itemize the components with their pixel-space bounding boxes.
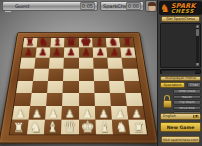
piece-black-queen[interactable]: ♛	[65, 35, 79, 47]
square-f7[interactable]: ♟	[92, 48, 107, 58]
square-f6[interactable]	[93, 58, 108, 69]
new-game-button[interactable]: New Game	[160, 122, 201, 132]
piece-white-rook[interactable]: ♜	[10, 122, 27, 134]
square-d4[interactable]	[63, 81, 79, 93]
piece-white-rook[interactable]: ♜	[130, 122, 147, 134]
left-player-clock: 0:05	[80, 2, 95, 10]
chat-input-field[interactable]	[162, 71, 195, 74]
square-d3[interactable]	[62, 93, 78, 106]
square-f1[interactable]: ♝	[95, 120, 113, 135]
move-now-button[interactable]: Move Now	[173, 106, 201, 111]
multiplayer-profile-button[interactable]: Multiplayer Profile	[160, 76, 201, 82]
piece-black-pawn[interactable]: ♟	[36, 49, 50, 58]
offer-draw-button[interactable]: Offer Draw	[173, 89, 201, 94]
square-d1[interactable]: ♛	[61, 120, 78, 135]
logo-text-chess: CHESS	[171, 9, 196, 14]
chat-input[interactable]	[160, 69, 201, 74]
scroll-up-icon[interactable]: ▲	[196, 25, 199, 28]
piece-black-pawn[interactable]: ♟	[21, 49, 35, 58]
square-g5[interactable]	[108, 69, 124, 81]
square-g2[interactable]: ♟	[111, 106, 129, 120]
square-e5[interactable]	[79, 69, 94, 81]
square-h3[interactable]	[125, 93, 143, 106]
get-sparkchess-button[interactable]: Get SparkChess	[161, 16, 200, 22]
square-e8[interactable]: ♚	[79, 38, 93, 48]
piece-black-pawn[interactable]: ♟	[93, 49, 107, 58]
square-a5[interactable]	[18, 69, 34, 81]
square-h8[interactable]: ♜	[119, 38, 134, 48]
square-b2[interactable]: ♟	[29, 106, 47, 120]
sparkchess-app: Guest 0:05 SparkChess 0:00 ♜♞♝♛♚♝♞♜♟♟♟♟♟…	[0, 0, 202, 146]
piece-black-pawn[interactable]: ♟	[107, 49, 121, 58]
square-g7[interactable]: ♟	[106, 48, 121, 58]
piece-black-rook[interactable]: ♜	[23, 38, 37, 48]
square-a6[interactable]	[20, 58, 36, 69]
square-c4[interactable]	[47, 81, 63, 93]
chat-scrollbar-thumb[interactable]	[196, 29, 199, 36]
square-a2[interactable]: ♟	[12, 106, 30, 120]
piece-black-pawn[interactable]: ♟	[79, 49, 93, 58]
square-f8[interactable]: ♝	[92, 38, 106, 48]
piece-white-queen[interactable]: ♛	[61, 119, 78, 134]
sidebar: ♞ SPARK CHESS Get SparkChess ▲ ▼ Multipl…	[157, 0, 202, 146]
piece-black-rook[interactable]: ♜	[120, 38, 134, 48]
sparkchess-logo: ♞ SPARK CHESS	[159, 1, 202, 15]
square-h7[interactable]: ♟	[120, 48, 135, 58]
board-scene: ♜♞♝♛♚♝♞♜♟♟♟♟♟♟♟♟♟♟♟♟♟♟♟♟♜♞♝♛♚♝♞♜	[0, 17, 157, 146]
square-e4[interactable]	[79, 81, 95, 93]
language-dropdown-value: English	[163, 114, 176, 118]
square-c1[interactable]: ♝	[44, 120, 62, 135]
chat-tab-button[interactable]: Chat	[187, 82, 201, 88]
piece-black-pawn[interactable]: ♟	[64, 49, 78, 58]
board-area: Guest 0:05 SparkChess 0:00 ♜♞♝♛♚♝♞♜♟♟♟♟♟…	[0, 0, 157, 146]
square-b3[interactable]	[30, 93, 47, 106]
board-wooden-frame: ♜♞♝♛♚♝♞♜♟♟♟♟♟♟♟♟♟♟♟♟♟♟♟♟♜♞♝♛♚♝♞♜	[0, 32, 159, 143]
right-player-avatar	[145, 0, 157, 12]
square-h6[interactable]	[121, 58, 137, 69]
piece-black-knight[interactable]: ♞	[106, 37, 120, 48]
game-action-buttons: Offer Draw Resign Flip Board Move Now Op…	[173, 89, 201, 116]
square-c7[interactable]: ♟	[50, 48, 65, 58]
square-a1[interactable]: ♜	[10, 120, 29, 135]
lock-icon	[162, 95, 172, 108]
square-a8[interactable]: ♜	[23, 38, 38, 48]
avatar-hair	[148, 2, 156, 6]
left-player-bar: Guest 0:05	[2, 1, 98, 11]
chess-board-grid[interactable]: ♜♞♝♛♚♝♞♜♟♟♟♟♟♟♟♟♟♟♟♟♟♟♟♟♜♞♝♛♚♝♞♜	[9, 37, 149, 135]
square-c5[interactable]	[48, 69, 64, 81]
square-g1[interactable]: ♞	[112, 120, 130, 135]
square-g3[interactable]	[110, 93, 127, 106]
piece-white-bishop[interactable]: ♝	[44, 121, 61, 135]
right-player-name: SparkChess	[103, 3, 126, 9]
square-c8[interactable]: ♝	[51, 38, 65, 48]
piece-white-pawn[interactable]: ♟	[29, 109, 46, 120]
piece-white-pawn[interactable]: ♟	[112, 109, 129, 120]
square-b1[interactable]: ♞	[27, 120, 45, 135]
piece-white-bishop[interactable]: ♝	[96, 121, 113, 135]
square-a7[interactable]: ♟	[21, 48, 36, 58]
square-f4[interactable]	[94, 81, 110, 93]
square-b7[interactable]: ♟	[36, 48, 51, 58]
left-player-name: Guest	[15, 3, 30, 9]
language-dropdown[interactable]: English ▼	[160, 113, 201, 120]
square-g6[interactable]	[107, 58, 123, 69]
square-c3[interactable]	[46, 93, 63, 106]
piece-white-pawn[interactable]: ♟	[12, 109, 29, 120]
square-e3[interactable]	[79, 93, 95, 106]
square-a3[interactable]	[14, 93, 32, 106]
piece-black-knight[interactable]: ♞	[37, 37, 51, 48]
square-e1[interactable]: ♚	[79, 120, 96, 135]
square-c2[interactable]: ♟	[45, 106, 62, 120]
piece-black-king[interactable]: ♚	[79, 35, 93, 48]
square-h1[interactable]: ♜	[128, 120, 147, 135]
spectators-button[interactable]: Spectators	[160, 82, 185, 88]
square-h4[interactable]	[124, 81, 141, 93]
square-g4[interactable]	[109, 81, 125, 93]
right-player-clock: 0:00	[126, 2, 141, 10]
square-h5[interactable]	[123, 69, 139, 81]
square-a4[interactable]	[16, 81, 33, 93]
piece-white-king[interactable]: ♚	[79, 118, 96, 134]
visit-sparkchess-button[interactable]: Visit sparkchess.com	[161, 136, 200, 143]
square-d5[interactable]	[63, 69, 78, 81]
piece-black-bishop[interactable]: ♝	[51, 37, 65, 48]
square-g8[interactable]: ♞	[106, 38, 121, 48]
chess-board-3d: ♜♞♝♛♚♝♞♜♟♟♟♟♟♟♟♟♟♟♟♟♟♟♟♟♜♞♝♛♚♝♞♜	[0, 32, 159, 143]
square-f2[interactable]: ♟	[95, 106, 112, 120]
piece-white-pawn[interactable]: ♟	[95, 109, 112, 120]
piece-white-pawn[interactable]: ♟	[128, 109, 145, 120]
square-f5[interactable]	[93, 69, 109, 81]
piece-white-knight[interactable]: ♞	[113, 121, 130, 135]
square-d6[interactable]	[64, 58, 79, 69]
square-b8[interactable]: ♞	[37, 38, 52, 48]
lock-body	[163, 100, 172, 108]
square-d7[interactable]: ♟	[64, 48, 78, 58]
resign-button[interactable]: Resign	[173, 95, 201, 100]
piece-black-pawn[interactable]: ♟	[50, 49, 64, 58]
piece-black-bishop[interactable]: ♝	[92, 37, 106, 48]
square-e6[interactable]	[79, 58, 94, 69]
square-d8[interactable]: ♛	[65, 38, 79, 48]
square-h2[interactable]: ♟	[127, 106, 145, 120]
piece-white-pawn[interactable]: ♟	[45, 109, 62, 120]
chevron-down-icon: ▼	[193, 115, 199, 118]
piece-black-pawn[interactable]: ♟	[121, 49, 135, 58]
chat-panel: ▲ ▼	[160, 23, 201, 68]
square-e7[interactable]: ♟	[79, 48, 93, 58]
right-player-bar: SparkChess 0:00	[100, 1, 144, 11]
scroll-down-icon[interactable]: ▼	[196, 63, 199, 66]
square-c6[interactable]	[49, 58, 64, 69]
square-b5[interactable]	[33, 69, 49, 81]
square-f3[interactable]	[94, 93, 111, 106]
square-b4[interactable]	[32, 81, 48, 93]
knight-logo-icon: ♞	[160, 3, 170, 14]
square-b6[interactable]	[34, 58, 50, 69]
piece-white-knight[interactable]: ♞	[27, 121, 44, 135]
flip-board-button[interactable]: Flip Board	[173, 100, 201, 105]
